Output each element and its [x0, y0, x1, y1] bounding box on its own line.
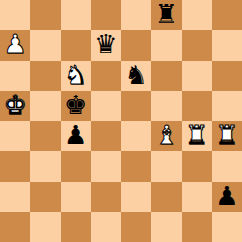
square-d4[interactable]	[91, 121, 121, 151]
black-rook[interactable]: ♜	[155, 1, 178, 27]
white-rook[interactable]: ♜	[215, 122, 238, 148]
square-h1[interactable]	[212, 212, 242, 242]
square-h3[interactable]	[212, 151, 242, 181]
black-queen[interactable]: ♛	[94, 31, 117, 57]
square-g4[interactable]: ♜	[182, 121, 212, 151]
square-b8[interactable]	[30, 0, 60, 30]
square-e2[interactable]	[121, 182, 151, 212]
square-h8[interactable]	[212, 0, 242, 30]
square-e7[interactable]	[121, 30, 151, 60]
square-b6[interactable]	[30, 61, 60, 91]
square-f3[interactable]	[151, 151, 181, 181]
square-e6[interactable]: ♞	[121, 61, 151, 91]
square-c4[interactable]: ♟	[61, 121, 91, 151]
square-c6[interactable]: ♞	[61, 61, 91, 91]
square-a2[interactable]	[0, 182, 30, 212]
black-knight[interactable]: ♞	[124, 62, 147, 88]
square-d5[interactable]	[91, 91, 121, 121]
square-b4[interactable]	[30, 121, 60, 151]
square-c8[interactable]	[61, 0, 91, 30]
square-g3[interactable]	[182, 151, 212, 181]
square-g5[interactable]	[182, 91, 212, 121]
square-g2[interactable]	[182, 182, 212, 212]
square-g7[interactable]	[182, 30, 212, 60]
square-f4[interactable]: ♝	[151, 121, 181, 151]
square-c7[interactable]	[61, 30, 91, 60]
square-a4[interactable]	[0, 121, 30, 151]
black-pawn[interactable]: ♟	[64, 122, 87, 148]
square-d6[interactable]	[91, 61, 121, 91]
square-a6[interactable]	[0, 61, 30, 91]
square-c1[interactable]	[61, 212, 91, 242]
white-bishop[interactable]: ♝	[155, 122, 178, 148]
white-king[interactable]: ♚	[3, 92, 26, 118]
square-f8[interactable]: ♜	[151, 0, 181, 30]
square-f7[interactable]	[151, 30, 181, 60]
black-pawn[interactable]: ♟	[215, 183, 238, 209]
square-b1[interactable]	[30, 212, 60, 242]
square-a1[interactable]	[0, 212, 30, 242]
square-b2[interactable]	[30, 182, 60, 212]
square-h2[interactable]: ♟	[212, 182, 242, 212]
chess-board: ♜♟♛♞♞♚♚♟♝♜♜♟	[0, 0, 242, 242]
square-d3[interactable]	[91, 151, 121, 181]
square-f2[interactable]	[151, 182, 181, 212]
square-b5[interactable]	[30, 91, 60, 121]
square-e3[interactable]	[121, 151, 151, 181]
square-g1[interactable]	[182, 212, 212, 242]
square-e1[interactable]	[121, 212, 151, 242]
square-g6[interactable]	[182, 61, 212, 91]
square-e5[interactable]	[121, 91, 151, 121]
square-a5[interactable]: ♚	[0, 91, 30, 121]
square-b3[interactable]	[30, 151, 60, 181]
square-c3[interactable]	[61, 151, 91, 181]
square-h4[interactable]: ♜	[212, 121, 242, 151]
white-knight[interactable]: ♞	[64, 62, 87, 88]
square-g8[interactable]	[182, 0, 212, 30]
square-h5[interactable]	[212, 91, 242, 121]
square-c5[interactable]: ♚	[61, 91, 91, 121]
square-e8[interactable]	[121, 0, 151, 30]
square-f6[interactable]	[151, 61, 181, 91]
white-rook[interactable]: ♜	[185, 122, 208, 148]
square-h7[interactable]	[212, 30, 242, 60]
square-f1[interactable]	[151, 212, 181, 242]
square-e4[interactable]	[121, 121, 151, 151]
square-a8[interactable]	[0, 0, 30, 30]
square-c2[interactable]	[61, 182, 91, 212]
square-d1[interactable]	[91, 212, 121, 242]
square-d8[interactable]	[91, 0, 121, 30]
square-b7[interactable]	[30, 30, 60, 60]
square-h6[interactable]	[212, 61, 242, 91]
white-pawn[interactable]: ♟	[3, 31, 26, 57]
square-f5[interactable]	[151, 91, 181, 121]
square-d2[interactable]	[91, 182, 121, 212]
square-a3[interactable]	[0, 151, 30, 181]
square-a7[interactable]: ♟	[0, 30, 30, 60]
black-king[interactable]: ♚	[64, 92, 87, 118]
square-d7[interactable]: ♛	[91, 30, 121, 60]
